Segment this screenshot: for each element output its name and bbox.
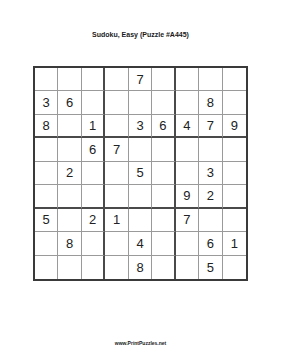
- cell-r5c4-empty[interactable]: [105, 162, 128, 185]
- cell-r4c7-empty[interactable]: [176, 138, 199, 161]
- sudoku-board: 7368813647967253925217846185: [33, 66, 248, 281]
- cell-r1c3-empty[interactable]: [82, 68, 105, 91]
- cell-r7c2-empty[interactable]: [58, 209, 81, 232]
- cell-r6c8-given: 2: [199, 185, 222, 208]
- cell-r5c3-empty[interactable]: [82, 162, 105, 185]
- cell-r6c7-given: 9: [176, 185, 199, 208]
- cell-r8c6-empty[interactable]: [152, 232, 175, 255]
- cell-r7c7-given: 7: [176, 209, 199, 232]
- cell-r8c1-empty[interactable]: [35, 232, 58, 255]
- site-url: www.PrintPuzzles.net: [0, 340, 281, 346]
- cell-r5c9-empty[interactable]: [223, 162, 246, 185]
- cell-r5c5-given: 5: [129, 162, 152, 185]
- cell-r9c4-empty[interactable]: [105, 256, 128, 279]
- cell-r5c6-empty[interactable]: [152, 162, 175, 185]
- cell-r9c9-empty[interactable]: [223, 256, 246, 279]
- cell-r8c9-given: 1: [223, 232, 246, 255]
- cell-r3c5-given: 3: [129, 115, 152, 138]
- cell-r1c9-empty[interactable]: [223, 68, 246, 91]
- cell-r8c4-empty[interactable]: [105, 232, 128, 255]
- cell-r7c6-empty[interactable]: [152, 209, 175, 232]
- cell-r5c2-given: 2: [58, 162, 81, 185]
- cell-r5c1-empty[interactable]: [35, 162, 58, 185]
- cell-r4c2-empty[interactable]: [58, 138, 81, 161]
- cell-r4c1-empty[interactable]: [35, 138, 58, 161]
- cell-r2c7-empty[interactable]: [176, 91, 199, 114]
- cell-r4c5-empty[interactable]: [129, 138, 152, 161]
- cell-r7c8-empty[interactable]: [199, 209, 222, 232]
- cell-r7c4-given: 1: [105, 209, 128, 232]
- printable-sudoku-page: Sudoku, Easy (Puzzle #A445) 736881364796…: [0, 0, 281, 363]
- cell-r7c5-empty[interactable]: [129, 209, 152, 232]
- cell-r1c1-empty[interactable]: [35, 68, 58, 91]
- cell-r9c8-given: 5: [199, 256, 222, 279]
- cell-r8c8-given: 6: [199, 232, 222, 255]
- cell-r3c9-given: 9: [223, 115, 246, 138]
- cell-r6c2-empty[interactable]: [58, 185, 81, 208]
- cell-r8c5-given: 4: [129, 232, 152, 255]
- cell-r9c2-empty[interactable]: [58, 256, 81, 279]
- cell-r3c2-empty[interactable]: [58, 115, 81, 138]
- cell-r3c3-given: 1: [82, 115, 105, 138]
- cell-r5c7-empty[interactable]: [176, 162, 199, 185]
- cell-r2c9-empty[interactable]: [223, 91, 246, 114]
- cell-r7c9-empty[interactable]: [223, 209, 246, 232]
- cell-r8c3-empty[interactable]: [82, 232, 105, 255]
- cell-r1c6-empty[interactable]: [152, 68, 175, 91]
- cell-r2c5-empty[interactable]: [129, 91, 152, 114]
- cell-r1c5-given: 7: [129, 68, 152, 91]
- cell-r2c2-given: 6: [58, 91, 81, 114]
- cell-r5c8-given: 3: [199, 162, 222, 185]
- cell-r2c4-empty[interactable]: [105, 91, 128, 114]
- cell-r9c7-empty[interactable]: [176, 256, 199, 279]
- cell-r2c1-given: 3: [35, 91, 58, 114]
- cell-r1c8-empty[interactable]: [199, 68, 222, 91]
- cell-r3c1-given: 8: [35, 115, 58, 138]
- cell-r6c9-empty[interactable]: [223, 185, 246, 208]
- cell-r9c3-empty[interactable]: [82, 256, 105, 279]
- cell-r8c2-given: 8: [58, 232, 81, 255]
- cell-r4c9-empty[interactable]: [223, 138, 246, 161]
- cell-r6c5-empty[interactable]: [129, 185, 152, 208]
- cell-r8c7-empty[interactable]: [176, 232, 199, 255]
- cell-r6c4-empty[interactable]: [105, 185, 128, 208]
- cell-r3c6-given: 6: [152, 115, 175, 138]
- cell-r3c7-given: 4: [176, 115, 199, 138]
- cell-r4c8-empty[interactable]: [199, 138, 222, 161]
- cell-r2c6-empty[interactable]: [152, 91, 175, 114]
- cell-r6c1-empty[interactable]: [35, 185, 58, 208]
- cell-r4c3-given: 6: [82, 138, 105, 161]
- cell-r7c3-given: 2: [82, 209, 105, 232]
- cell-r9c1-empty[interactable]: [35, 256, 58, 279]
- cell-r4c4-given: 7: [105, 138, 128, 161]
- cell-r2c8-given: 8: [199, 91, 222, 114]
- cell-r1c7-empty[interactable]: [176, 68, 199, 91]
- cell-r7c1-given: 5: [35, 209, 58, 232]
- cell-r4c6-empty[interactable]: [152, 138, 175, 161]
- cell-r6c6-empty[interactable]: [152, 185, 175, 208]
- cell-r1c4-empty[interactable]: [105, 68, 128, 91]
- cell-r2c3-empty[interactable]: [82, 91, 105, 114]
- cell-r1c2-empty[interactable]: [58, 68, 81, 91]
- puzzle-title: Sudoku, Easy (Puzzle #A445): [0, 31, 281, 38]
- cell-r9c5-given: 8: [129, 256, 152, 279]
- cell-r9c6-empty[interactable]: [152, 256, 175, 279]
- cell-r3c4-empty[interactable]: [105, 115, 128, 138]
- cell-r6c3-empty[interactable]: [82, 185, 105, 208]
- cell-r3c8-given: 7: [199, 115, 222, 138]
